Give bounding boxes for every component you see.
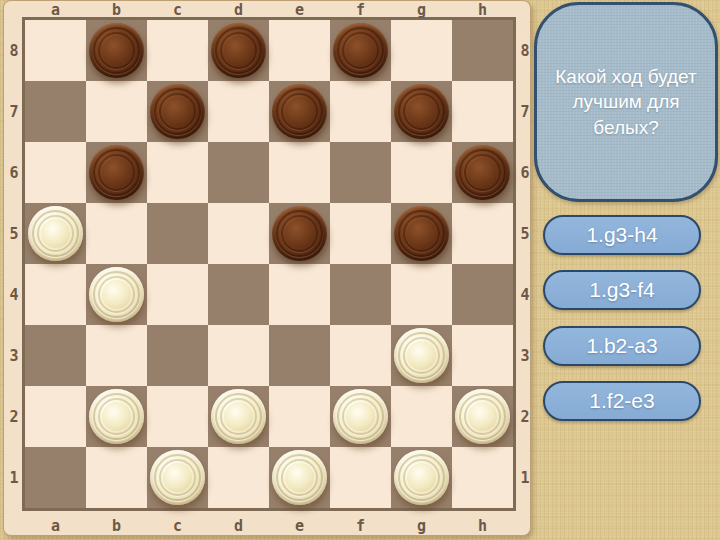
square-h6 <box>452 142 513 203</box>
file-label-bottom-f: f <box>356 519 365 534</box>
square-e3 <box>269 325 330 386</box>
square-b5 <box>86 203 147 264</box>
square-f4 <box>330 264 391 325</box>
piece-dome <box>407 219 436 248</box>
piece-white-man-h2 <box>455 389 510 444</box>
file-label-bottom-d: d <box>234 519 243 534</box>
square-f6 <box>330 142 391 203</box>
rank-label-right-2: 2 <box>520 409 529 424</box>
square-b6 <box>86 142 147 203</box>
file-label-top-a: a <box>51 3 60 18</box>
file-label-top-d: d <box>234 3 243 18</box>
answer-button-f2-e3[interactable]: 1.f2-e3 <box>543 381 701 421</box>
square-e6 <box>269 142 330 203</box>
rank-label-left-1: 1 <box>9 470 18 485</box>
piece-black-man-f8 <box>333 23 388 78</box>
square-g1 <box>391 447 452 508</box>
square-c7 <box>147 81 208 142</box>
file-label-top-h: h <box>478 3 487 18</box>
square-c8 <box>147 20 208 81</box>
square-g4 <box>391 264 452 325</box>
square-g3 <box>391 325 452 386</box>
rank-label-right-5: 5 <box>520 226 529 241</box>
piece-dome <box>163 97 192 126</box>
question-bubble: Какой ход будет лучшим для белых? <box>534 2 718 202</box>
file-label-bottom-g: g <box>417 519 426 534</box>
piece-dome <box>41 219 70 248</box>
answer-button-g3-h4[interactable]: 1.g3-h4 <box>543 215 701 255</box>
square-a6 <box>25 142 86 203</box>
piece-white-man-d2 <box>211 389 266 444</box>
square-c5 <box>147 203 208 264</box>
square-d5 <box>208 203 269 264</box>
piece-dome <box>102 158 131 187</box>
square-h3 <box>452 325 513 386</box>
rank-label-left-6: 6 <box>9 165 18 180</box>
square-d7 <box>208 81 269 142</box>
square-h5 <box>452 203 513 264</box>
question-text: Какой ход будет лучшим для белых? <box>548 64 704 141</box>
square-g2 <box>391 386 452 447</box>
file-label-top-f: f <box>356 3 365 18</box>
piece-dome <box>224 36 253 65</box>
file-label-bottom-c: c <box>173 519 182 534</box>
piece-black-man-b6 <box>89 145 144 200</box>
piece-dome <box>102 280 131 309</box>
piece-dome <box>468 402 497 431</box>
square-g5 <box>391 203 452 264</box>
square-f2 <box>330 386 391 447</box>
piece-black-man-e7 <box>272 84 327 139</box>
piece-white-man-g3 <box>394 328 449 383</box>
square-d2 <box>208 386 269 447</box>
piece-black-man-e5 <box>272 206 327 261</box>
square-d3 <box>208 325 269 386</box>
piece-dome <box>407 463 436 492</box>
checkers-board-panel: aabbccddeeffgghh8877665544332211 <box>3 0 531 536</box>
file-label-top-b: b <box>112 3 121 18</box>
square-a7 <box>25 81 86 142</box>
rank-label-right-7: 7 <box>520 104 529 119</box>
piece-white-man-e1 <box>272 450 327 505</box>
rank-label-right-1: 1 <box>520 470 529 485</box>
square-e1 <box>269 447 330 508</box>
square-d8 <box>208 20 269 81</box>
square-c3 <box>147 325 208 386</box>
file-label-top-c: c <box>173 3 182 18</box>
piece-white-man-g1 <box>394 450 449 505</box>
square-b4 <box>86 264 147 325</box>
rank-label-left-3: 3 <box>9 348 18 363</box>
rank-label-right-4: 4 <box>520 287 529 302</box>
square-a4 <box>25 264 86 325</box>
square-b7 <box>86 81 147 142</box>
square-a8 <box>25 20 86 81</box>
piece-dome <box>102 36 131 65</box>
rank-label-left-7: 7 <box>9 104 18 119</box>
rank-label-right-8: 8 <box>520 43 529 58</box>
piece-dome <box>163 463 192 492</box>
file-label-bottom-h: h <box>478 519 487 534</box>
rank-label-left-4: 4 <box>9 287 18 302</box>
piece-black-man-c7 <box>150 84 205 139</box>
file-label-bottom-b: b <box>112 519 121 534</box>
square-g8 <box>391 20 452 81</box>
square-e7 <box>269 81 330 142</box>
square-f7 <box>330 81 391 142</box>
piece-dome <box>407 97 436 126</box>
piece-dome <box>285 219 314 248</box>
square-f5 <box>330 203 391 264</box>
piece-dome <box>285 97 314 126</box>
square-h1 <box>452 447 513 508</box>
piece-black-man-d8 <box>211 23 266 78</box>
piece-dome <box>285 463 314 492</box>
piece-white-man-b4 <box>89 267 144 322</box>
square-c1 <box>147 447 208 508</box>
square-g6 <box>391 142 452 203</box>
answer-button-g3-f4[interactable]: 1.g3-f4 <box>543 270 701 310</box>
piece-black-man-h6 <box>455 145 510 200</box>
square-h4 <box>452 264 513 325</box>
square-c4 <box>147 264 208 325</box>
square-d6 <box>208 142 269 203</box>
rank-label-left-2: 2 <box>9 409 18 424</box>
rank-label-left-5: 5 <box>9 226 18 241</box>
square-a3 <box>25 325 86 386</box>
square-h2 <box>452 386 513 447</box>
square-f1 <box>330 447 391 508</box>
file-label-bottom-e: e <box>295 519 304 534</box>
square-b3 <box>86 325 147 386</box>
square-e8 <box>269 20 330 81</box>
piece-black-man-b8 <box>89 23 144 78</box>
piece-dome <box>468 158 497 187</box>
square-f3 <box>330 325 391 386</box>
square-b1 <box>86 447 147 508</box>
square-c6 <box>147 142 208 203</box>
square-h8 <box>452 20 513 81</box>
square-a5 <box>25 203 86 264</box>
piece-white-man-b2 <box>89 389 144 444</box>
square-d1 <box>208 447 269 508</box>
square-f8 <box>330 20 391 81</box>
square-c2 <box>147 386 208 447</box>
piece-white-man-c1 <box>150 450 205 505</box>
piece-dome <box>224 402 253 431</box>
answer-button-b2-a3[interactable]: 1.b2-a3 <box>543 326 701 366</box>
board-grid <box>22 17 516 511</box>
piece-dome <box>407 341 436 370</box>
square-g7 <box>391 81 452 142</box>
piece-dome <box>102 402 131 431</box>
square-h7 <box>452 81 513 142</box>
rank-label-right-6: 6 <box>520 165 529 180</box>
square-b8 <box>86 20 147 81</box>
piece-black-man-g5 <box>394 206 449 261</box>
square-d4 <box>208 264 269 325</box>
piece-dome <box>346 402 375 431</box>
rank-label-left-8: 8 <box>9 43 18 58</box>
piece-dome <box>346 36 375 65</box>
rank-label-right-3: 3 <box>520 348 529 363</box>
piece-black-man-g7 <box>394 84 449 139</box>
square-e4 <box>269 264 330 325</box>
square-b2 <box>86 386 147 447</box>
file-label-top-g: g <box>417 3 426 18</box>
file-label-top-e: e <box>295 3 304 18</box>
square-a1 <box>25 447 86 508</box>
square-e5 <box>269 203 330 264</box>
piece-white-man-a5 <box>28 206 83 261</box>
square-a2 <box>25 386 86 447</box>
piece-white-man-f2 <box>333 389 388 444</box>
square-e2 <box>269 386 330 447</box>
file-label-bottom-a: a <box>51 519 60 534</box>
